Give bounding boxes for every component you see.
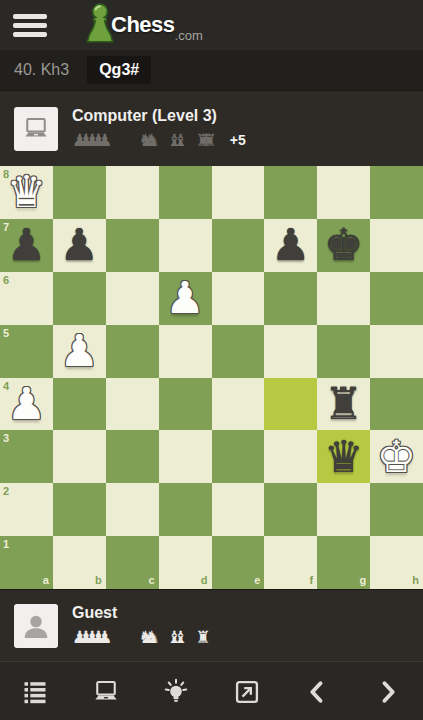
captured-group-knight: ♞♞: [138, 627, 160, 647]
chess-board: 8♛7♟♟♟♚6♟5♟4♟♜3♛♚21abcdefgh: [0, 166, 423, 589]
material-advantage: +5: [230, 132, 246, 148]
square-a8[interactable]: 8♛: [0, 166, 53, 219]
person-icon: [20, 610, 52, 642]
square-e2[interactable]: [212, 483, 265, 536]
square-b4[interactable]: [53, 378, 106, 431]
captured-rook-icon: ♜: [202, 130, 217, 150]
square-b2[interactable]: [53, 483, 106, 536]
captured-group-rook: ♜: [195, 627, 210, 647]
rank-label-5: 5: [3, 328, 9, 339]
square-g1[interactable]: g: [317, 536, 370, 589]
captured-group-pawn: ♟♟♟♟♟: [72, 627, 112, 647]
piece-black-pawn[interactable]: ♟: [0, 219, 53, 272]
captured-by-bottom: ♟♟♟♟♟♞♞♝♝♜: [72, 627, 218, 647]
captured-bishop-icon: ♝: [173, 627, 188, 647]
list-icon: [21, 678, 49, 706]
square-e3[interactable]: [212, 430, 265, 483]
player-top-bar: Computer (Level 3) ♟♟♟♟♟♞♞♝♝♜♜+5: [0, 91, 423, 166]
square-h5[interactable]: [370, 325, 423, 378]
captured-group-bishop: ♝♝: [167, 627, 189, 647]
rank-label-1: 1: [3, 539, 9, 550]
square-g3[interactable]: ♛: [317, 430, 370, 483]
captured-bishop-icon: ♝: [173, 130, 188, 150]
piece-white-pawn[interactable]: ♟: [53, 325, 106, 378]
forward-button[interactable]: [353, 662, 423, 720]
rank-label-6: 6: [3, 275, 9, 286]
square-d7[interactable]: [159, 219, 212, 272]
square-g8[interactable]: [317, 166, 370, 219]
square-b8[interactable]: [53, 166, 106, 219]
square-d2[interactable]: [159, 483, 212, 536]
logo-text: Chess: [111, 12, 175, 38]
square-c3[interactable]: [106, 430, 159, 483]
app-header: Chess .com: [0, 0, 423, 50]
captured-group-rook: ♜♜: [195, 130, 217, 150]
file-label-c: c: [149, 575, 155, 586]
square-h3[interactable]: ♚: [370, 430, 423, 483]
popout-icon: [233, 678, 261, 706]
chesscom-logo: Chess .com: [83, 4, 203, 46]
player-bottom-name: Guest: [72, 604, 218, 622]
rank-label-2: 2: [3, 486, 9, 497]
square-a5[interactable]: 5: [0, 325, 53, 378]
square-b7[interactable]: ♟: [53, 219, 106, 272]
player-top-info: Computer (Level 3) ♟♟♟♟♟♞♞♝♝♜♜+5: [72, 107, 246, 150]
file-label-d: d: [201, 575, 208, 586]
piece-black-pawn[interactable]: ♟: [264, 219, 317, 272]
square-f4[interactable]: [264, 378, 317, 431]
move-white[interactable]: 40. Kh3: [14, 61, 69, 79]
square-c4[interactable]: [106, 378, 159, 431]
hint-button[interactable]: [141, 662, 212, 720]
file-label-e: e: [254, 575, 260, 586]
square-d8[interactable]: [159, 166, 212, 219]
piece-black-rook[interactable]: ♜: [317, 378, 370, 431]
square-a2[interactable]: 2: [0, 483, 53, 536]
file-label-h: h: [412, 575, 419, 586]
move-bar: 40. Kh3 Qg3#: [0, 50, 423, 91]
square-a6[interactable]: 6: [0, 272, 53, 325]
square-g7[interactable]: ♚: [317, 219, 370, 272]
square-c5[interactable]: [106, 325, 159, 378]
captured-by-top: ♟♟♟♟♟♞♞♝♝♜♜+5: [72, 130, 246, 150]
popout-button[interactable]: [212, 662, 283, 720]
laptop-icon: [91, 677, 121, 707]
square-d5[interactable]: [159, 325, 212, 378]
menu-icon[interactable]: [13, 14, 47, 37]
square-g6[interactable]: [317, 272, 370, 325]
file-label-g: g: [359, 575, 366, 586]
file-label-b: b: [95, 575, 102, 586]
square-c2[interactable]: [106, 483, 159, 536]
captured-knight-icon: ♞: [145, 130, 160, 150]
square-g4[interactable]: ♜: [317, 378, 370, 431]
square-d4[interactable]: [159, 378, 212, 431]
piece-black-pawn[interactable]: ♟: [53, 219, 106, 272]
square-d6[interactable]: ♟: [159, 272, 212, 325]
square-c1[interactable]: c: [106, 536, 159, 589]
square-f2[interactable]: [264, 483, 317, 536]
square-h8[interactable]: [370, 166, 423, 219]
square-b3[interactable]: [53, 430, 106, 483]
square-a7[interactable]: 7♟: [0, 219, 53, 272]
piece-black-king[interactable]: ♚: [317, 219, 370, 272]
square-h7[interactable]: [370, 219, 423, 272]
square-f5[interactable]: [264, 325, 317, 378]
square-e6[interactable]: [212, 272, 265, 325]
square-f8[interactable]: [264, 166, 317, 219]
captured-pawn-icon: ♟: [97, 627, 112, 647]
square-h6[interactable]: [370, 272, 423, 325]
piece-white-pawn[interactable]: ♟: [0, 378, 53, 431]
captured-group-pawn: ♟♟♟♟♟: [72, 130, 112, 150]
player-top-name: Computer (Level 3): [72, 107, 246, 125]
piece-white-pawn[interactable]: ♟: [159, 272, 212, 325]
square-h2[interactable]: [370, 483, 423, 536]
square-f3[interactable]: [264, 430, 317, 483]
computer-button[interactable]: [71, 662, 142, 720]
laptop-icon: [21, 114, 51, 144]
bottom-toolbar: [0, 661, 423, 720]
rank-label-3: 3: [3, 433, 9, 444]
logo-suffix: .com: [175, 28, 203, 46]
chess-app: Chess .com 40. Kh3 Qg3# Computer (Level …: [0, 0, 423, 720]
square-a1[interactable]: 1a: [0, 536, 53, 589]
file-label-a: a: [43, 575, 49, 586]
lightbulb-icon: [161, 677, 191, 707]
square-h4[interactable]: [370, 378, 423, 431]
square-f1[interactable]: f: [264, 536, 317, 589]
square-c7[interactable]: [106, 219, 159, 272]
square-c6[interactable]: [106, 272, 159, 325]
guest-avatar[interactable]: [14, 604, 58, 648]
back-button[interactable]: [282, 662, 353, 720]
square-a3[interactable]: 3: [0, 430, 53, 483]
captured-group-bishop: ♝♝: [167, 130, 189, 150]
square-e4[interactable]: [212, 378, 265, 431]
player-bottom-info: Guest ♟♟♟♟♟♞♞♝♝♜: [72, 604, 218, 647]
chevron-right-icon: [374, 678, 402, 706]
square-d1[interactable]: d: [159, 536, 212, 589]
piece-white-king[interactable]: ♚: [370, 430, 423, 483]
piece-black-queen[interactable]: ♛: [317, 430, 370, 483]
computer-avatar[interactable]: [14, 107, 58, 151]
moves-list-button[interactable]: [0, 662, 71, 720]
square-b5[interactable]: ♟: [53, 325, 106, 378]
player-bottom-bar: Guest ♟♟♟♟♟♞♞♝♝♜: [0, 589, 423, 661]
square-f6[interactable]: [264, 272, 317, 325]
square-b6[interactable]: [53, 272, 106, 325]
captured-rook-icon: ♜: [195, 627, 210, 647]
square-g2[interactable]: [317, 483, 370, 536]
captured-pawn-icon: ♟: [97, 130, 112, 150]
square-g5[interactable]: [317, 325, 370, 378]
move-black-selected[interactable]: Qg3#: [87, 56, 151, 84]
square-e7[interactable]: [212, 219, 265, 272]
square-e5[interactable]: [212, 325, 265, 378]
square-d3[interactable]: [159, 430, 212, 483]
square-f7[interactable]: ♟: [264, 219, 317, 272]
piece-white-queen[interactable]: ♛: [0, 166, 53, 219]
file-label-f: f: [310, 575, 314, 586]
captured-knight-icon: ♞: [145, 627, 160, 647]
square-h1[interactable]: h: [370, 536, 423, 589]
square-a4[interactable]: 4♟: [0, 378, 53, 431]
square-e1[interactable]: e: [212, 536, 265, 589]
chevron-left-icon: [303, 678, 331, 706]
square-b1[interactable]: b: [53, 536, 106, 589]
captured-group-knight: ♞♞: [138, 130, 160, 150]
square-c8[interactable]: [106, 166, 159, 219]
square-e8[interactable]: [212, 166, 265, 219]
